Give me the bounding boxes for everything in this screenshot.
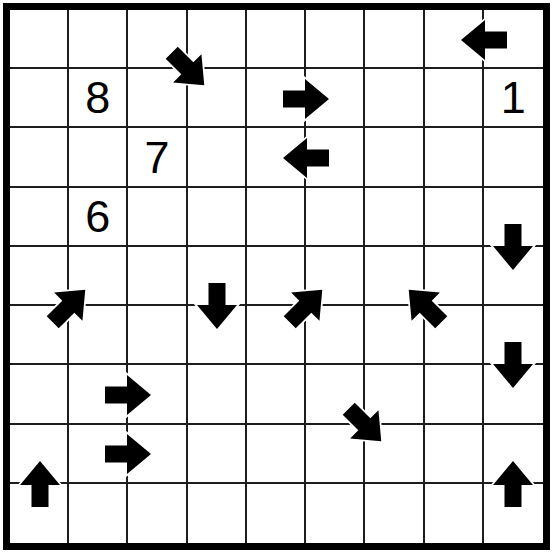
cell-r7c2[interactable] (128, 425, 187, 484)
cell-r6c0[interactable] (10, 365, 69, 424)
clue-cell-r3c1: 6 (69, 188, 128, 247)
cell-r3c7[interactable] (425, 188, 484, 247)
cell-r4c5[interactable] (306, 247, 365, 306)
number-clue: 8 (85, 75, 110, 120)
cell-r8c1[interactable] (69, 484, 128, 543)
cell-r4c0[interactable] (10, 247, 69, 306)
cell-r4c2[interactable] (128, 247, 187, 306)
clue-cell-r2c2: 7 (128, 128, 187, 187)
cell-r1c5[interactable] (306, 69, 365, 128)
cell-r6c7[interactable] (425, 365, 484, 424)
cell-r7c8[interactable] (484, 425, 543, 484)
cell-r8c0[interactable] (10, 484, 69, 543)
cell-r7c6[interactable] (365, 425, 424, 484)
cell-r8c5[interactable] (306, 484, 365, 543)
cell-r2c8[interactable] (484, 128, 543, 187)
cell-r5c4[interactable] (247, 306, 306, 365)
number-clue: 1 (501, 75, 526, 120)
cell-r2c7[interactable] (425, 128, 484, 187)
cell-r7c3[interactable] (188, 425, 247, 484)
cell-r4c3[interactable] (188, 247, 247, 306)
cell-r1c4[interactable] (247, 69, 306, 128)
cell-r0c0[interactable] (10, 10, 69, 69)
cell-r3c2[interactable] (128, 188, 187, 247)
cell-r5c0[interactable] (10, 306, 69, 365)
cell-grid: 8176 (10, 10, 543, 543)
cell-r7c1[interactable] (69, 425, 128, 484)
cell-r6c6[interactable] (365, 365, 424, 424)
cell-r3c3[interactable] (188, 188, 247, 247)
cell-r8c8[interactable] (484, 484, 543, 543)
cell-r7c5[interactable] (306, 425, 365, 484)
cell-r6c4[interactable] (247, 365, 306, 424)
cell-r0c8[interactable] (484, 10, 543, 69)
cell-r8c4[interactable] (247, 484, 306, 543)
clue-cell-r1c1: 8 (69, 69, 128, 128)
cell-r3c4[interactable] (247, 188, 306, 247)
cell-r2c1[interactable] (69, 128, 128, 187)
cell-r0c3[interactable] (188, 10, 247, 69)
cell-r6c5[interactable] (306, 365, 365, 424)
cell-r2c5[interactable] (306, 128, 365, 187)
cell-r3c6[interactable] (365, 188, 424, 247)
cell-r4c8[interactable] (484, 247, 543, 306)
cell-r4c4[interactable] (247, 247, 306, 306)
clue-cell-r1c8: 1 (484, 69, 543, 128)
cell-r2c0[interactable] (10, 128, 69, 187)
cell-r0c7[interactable] (425, 10, 484, 69)
cell-r8c3[interactable] (188, 484, 247, 543)
cell-r5c2[interactable] (128, 306, 187, 365)
cell-r1c7[interactable] (425, 69, 484, 128)
cell-r5c1[interactable] (69, 306, 128, 365)
cell-r6c3[interactable] (188, 365, 247, 424)
cell-r4c1[interactable] (69, 247, 128, 306)
cell-r7c0[interactable] (10, 425, 69, 484)
cell-r4c7[interactable] (425, 247, 484, 306)
cell-r5c7[interactable] (425, 306, 484, 365)
cell-r8c7[interactable] (425, 484, 484, 543)
cell-r6c2[interactable] (128, 365, 187, 424)
cell-r5c6[interactable] (365, 306, 424, 365)
cell-r2c4[interactable] (247, 128, 306, 187)
cell-r1c6[interactable] (365, 69, 424, 128)
cell-r0c2[interactable] (128, 10, 187, 69)
cell-r7c4[interactable] (247, 425, 306, 484)
cell-r3c0[interactable] (10, 188, 69, 247)
cell-r8c6[interactable] (365, 484, 424, 543)
cell-r1c3[interactable] (188, 69, 247, 128)
cell-r7c7[interactable] (425, 425, 484, 484)
puzzle-page: 8176 (0, 0, 553, 553)
cell-r4c6[interactable] (365, 247, 424, 306)
cell-r6c1[interactable] (69, 365, 128, 424)
cell-r5c5[interactable] (306, 306, 365, 365)
cell-r8c2[interactable] (128, 484, 187, 543)
cell-r6c8[interactable] (484, 365, 543, 424)
cell-r2c6[interactable] (365, 128, 424, 187)
cell-r0c4[interactable] (247, 10, 306, 69)
cell-r2c3[interactable] (188, 128, 247, 187)
cell-r3c5[interactable] (306, 188, 365, 247)
cell-r0c6[interactable] (365, 10, 424, 69)
number-clue: 7 (145, 135, 170, 180)
cell-r5c3[interactable] (188, 306, 247, 365)
cell-r5c8[interactable] (484, 306, 543, 365)
puzzle-board: 8176 (3, 3, 550, 550)
cell-r0c1[interactable] (69, 10, 128, 69)
cell-r1c0[interactable] (10, 69, 69, 128)
cell-r1c2[interactable] (128, 69, 187, 128)
number-clue: 6 (85, 194, 110, 239)
cell-r0c5[interactable] (306, 10, 365, 69)
cell-r3c8[interactable] (484, 188, 543, 247)
